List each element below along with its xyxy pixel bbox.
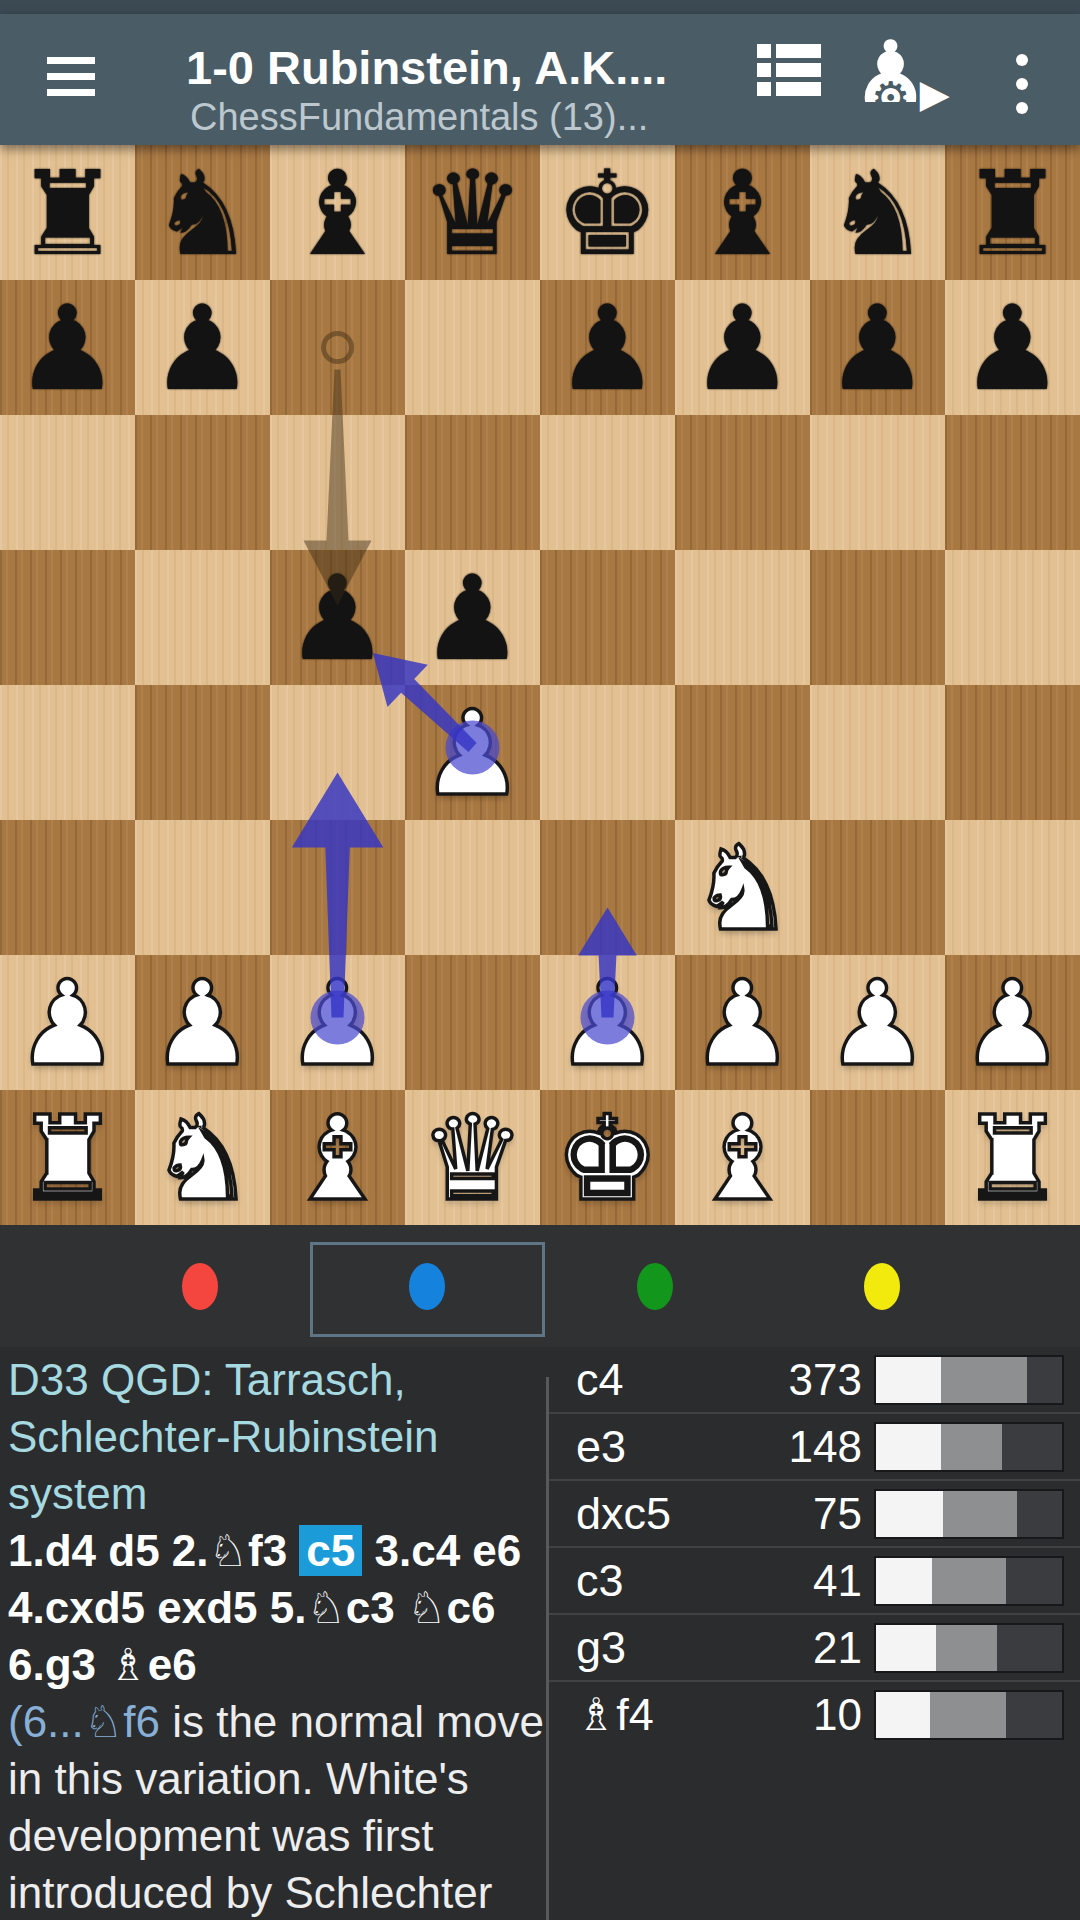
- palette-dot-yellow[interactable]: [864, 1263, 900, 1310]
- overflow-menu-icon[interactable]: [1009, 54, 1035, 120]
- notation-line-6[interactable]: 6.g3 ♗e6: [8, 1636, 543, 1693]
- square-e5[interactable]: [540, 550, 675, 685]
- stat-move-label: c3: [576, 1555, 756, 1607]
- notation-line-1[interactable]: D33 QGD: Tarrasch,: [8, 1351, 543, 1408]
- notation-text: system: [8, 1469, 147, 1518]
- square-e3[interactable]: [540, 820, 675, 955]
- black-bishop: ♝: [675, 145, 810, 280]
- annotation-color-palette: [0, 1225, 1080, 1347]
- black-knight: ♞: [135, 145, 270, 280]
- stat-row-c4[interactable]: c4373: [549, 1347, 1080, 1414]
- result-segment-win: [876, 1558, 932, 1604]
- square-d3[interactable]: [405, 820, 540, 955]
- result-segment-draw: [943, 1491, 1017, 1537]
- notation-line-10[interactable]: introduced by Schlechter: [8, 1864, 543, 1920]
- square-g7[interactable]: ♟: [810, 280, 945, 415]
- app-bar-title: 1-0 Rubinstein, A.K....: [186, 40, 746, 95]
- square-c6[interactable]: [270, 415, 405, 550]
- square-f3[interactable]: ♞: [675, 820, 810, 955]
- square-b7[interactable]: ♟: [135, 280, 270, 415]
- result-segment-loss: [1027, 1357, 1062, 1403]
- square-f8[interactable]: ♝: [675, 145, 810, 280]
- notation-line-9[interactable]: development was first: [8, 1807, 543, 1864]
- result-segment-loss: [997, 1625, 1062, 1671]
- white-pawn: ♟: [810, 955, 945, 1090]
- white-pawn: ♟: [675, 955, 810, 1090]
- square-d5[interactable]: ♟: [405, 550, 540, 685]
- notation-text[interactable]: 3.c4 e6: [362, 1526, 521, 1575]
- square-e4[interactable]: [540, 685, 675, 820]
- result-segment-draw: [930, 1692, 1006, 1738]
- square-e7[interactable]: ♟: [540, 280, 675, 415]
- square-b2[interactable]: ♟: [135, 955, 270, 1090]
- square-g3[interactable]: [810, 820, 945, 955]
- stat-game-count: 41: [756, 1556, 862, 1606]
- square-c5[interactable]: ♟: [270, 550, 405, 685]
- result-segment-draw: [941, 1357, 1027, 1403]
- white-knight: ♞: [675, 820, 810, 955]
- palette-dot-blue[interactable]: [409, 1263, 445, 1310]
- result-segment-loss: [1006, 1692, 1062, 1738]
- result-bar: [874, 1623, 1064, 1673]
- notation-line-7[interactable]: (6...♘f6 is the normal move: [8, 1693, 543, 1750]
- notation-line-8[interactable]: in this variation. White's: [8, 1750, 543, 1807]
- white-pawn: ♟: [135, 955, 270, 1090]
- stat-move-label: ♗f4: [576, 1688, 756, 1741]
- app-bar: 1-0 Rubinstein, A.K.... ChessFundamental…: [0, 14, 1080, 145]
- notation-text[interactable]: is the normal move: [160, 1697, 544, 1746]
- result-segment-win: [876, 1424, 941, 1470]
- stat-move-label: dxc5: [576, 1488, 756, 1540]
- square-d6[interactable]: [405, 415, 540, 550]
- square-h3[interactable]: [945, 820, 1080, 955]
- square-f2[interactable]: ♟: [675, 955, 810, 1090]
- square-h8[interactable]: ♜: [945, 145, 1080, 280]
- square-c4[interactable]: [270, 685, 405, 820]
- white-pawn: ♟: [540, 955, 675, 1090]
- black-queen: ♛: [405, 145, 540, 280]
- result-segment-draw: [936, 1625, 997, 1671]
- square-f7[interactable]: ♟: [675, 280, 810, 415]
- square-h2[interactable]: ♟: [945, 955, 1080, 1090]
- square-f4[interactable]: [675, 685, 810, 820]
- square-f5[interactable]: [675, 550, 810, 685]
- black-pawn: ♟: [0, 280, 135, 415]
- stat-game-count: 10: [756, 1690, 862, 1740]
- square-a2[interactable]: ♟: [0, 955, 135, 1090]
- square-b3[interactable]: [135, 820, 270, 955]
- square-e8[interactable]: ♚: [540, 145, 675, 280]
- chess-board[interactable]: ♜♞♝♛♚♝♞♜♟♟♟♟♟♟♟♟♟♞♟♟♟♟♟♟♟♜♞♝♛♚♝♜: [0, 145, 1080, 1225]
- square-a1[interactable]: ♜: [0, 1090, 135, 1225]
- result-bar: [874, 1690, 1064, 1740]
- square-a6[interactable]: [0, 415, 135, 550]
- result-segment-win: [876, 1491, 943, 1537]
- notation-text[interactable]: 4.cxd5 exd5 5.♘c3 ♘c6: [8, 1583, 495, 1632]
- black-knight: ♞: [810, 145, 945, 280]
- notation-text[interactable]: 1.d4 d5 2.♘f3: [8, 1526, 299, 1575]
- black-pawn: ♟: [405, 550, 540, 685]
- white-bishop: ♝: [270, 1090, 405, 1225]
- notation-text[interactable]: development was first: [8, 1811, 434, 1860]
- gear-icon: ⚙: [871, 72, 910, 123]
- stat-move-label: c4: [576, 1354, 756, 1406]
- notation-text[interactable]: (6...♘f6: [8, 1697, 160, 1746]
- square-g4[interactable]: [810, 685, 945, 820]
- black-rook: ♜: [0, 145, 135, 280]
- play-icon: ▶: [918, 66, 953, 120]
- list-view-icon[interactable]: [757, 44, 821, 102]
- notation-text[interactable]: 6.g3 ♗e6: [8, 1640, 197, 1689]
- white-pawn: ♟: [405, 685, 540, 820]
- notation-text: D33 QGD: Tarrasch,: [8, 1355, 406, 1404]
- square-a8[interactable]: ♜: [0, 145, 135, 280]
- square-g1[interactable]: [810, 1090, 945, 1225]
- result-bar: [874, 1489, 1064, 1539]
- square-c1[interactable]: ♝: [270, 1090, 405, 1225]
- square-a3[interactable]: [0, 820, 135, 955]
- square-h6[interactable]: [945, 415, 1080, 550]
- stat-row-e3[interactable]: e3148: [549, 1414, 1080, 1481]
- black-pawn: ♟: [675, 280, 810, 415]
- white-knight: ♞: [135, 1090, 270, 1225]
- black-pawn: ♟: [135, 280, 270, 415]
- square-b1[interactable]: ♞: [135, 1090, 270, 1225]
- square-g5[interactable]: [810, 550, 945, 685]
- result-segment-win: [876, 1625, 936, 1671]
- black-pawn: ♟: [810, 280, 945, 415]
- square-a7[interactable]: ♟: [0, 280, 135, 415]
- white-bishop: ♝: [675, 1090, 810, 1225]
- black-bishop: ♝: [270, 145, 405, 280]
- stat-game-count: 148: [756, 1422, 862, 1472]
- square-h5[interactable]: [945, 550, 1080, 685]
- stat-move-label: g3: [576, 1622, 756, 1674]
- white-rook: ♜: [945, 1090, 1080, 1225]
- square-h4[interactable]: [945, 685, 1080, 820]
- stat-row-♗f4[interactable]: ♗f410: [549, 1682, 1080, 1747]
- stat-row-g3[interactable]: g321: [549, 1615, 1080, 1682]
- square-b5[interactable]: [135, 550, 270, 685]
- result-segment-win: [876, 1357, 941, 1403]
- square-f6[interactable]: [675, 415, 810, 550]
- square-d1[interactable]: ♛: [405, 1090, 540, 1225]
- stat-game-count: 21: [756, 1623, 862, 1673]
- square-b6[interactable]: [135, 415, 270, 550]
- square-g6[interactable]: [810, 415, 945, 550]
- move-stats-table: c4373e3148dxc575c341g321♗f410: [549, 1347, 1080, 1747]
- black-pawn: ♟: [270, 550, 405, 685]
- square-c8[interactable]: ♝: [270, 145, 405, 280]
- notation-line-5[interactable]: 4.cxd5 exd5 5.♘c3 ♘c6: [8, 1579, 543, 1636]
- square-c7[interactable]: [270, 280, 405, 415]
- square-h1[interactable]: ♜: [945, 1090, 1080, 1225]
- palette-dot-red[interactable]: [182, 1263, 218, 1310]
- black-pawn: ♟: [540, 280, 675, 415]
- notation-line-3[interactable]: system: [8, 1465, 543, 1522]
- square-d8[interactable]: ♛: [405, 145, 540, 280]
- square-g2[interactable]: ♟: [810, 955, 945, 1090]
- result-segment-loss: [1017, 1491, 1062, 1537]
- result-bar: [874, 1355, 1064, 1405]
- square-a5[interactable]: [0, 550, 135, 685]
- result-segment-loss: [1006, 1558, 1062, 1604]
- notation-text: Schlechter-Rubinstein: [8, 1412, 438, 1461]
- square-d7[interactable]: [405, 280, 540, 415]
- current-move-highlight[interactable]: c5: [299, 1525, 362, 1576]
- square-g8[interactable]: ♞: [810, 145, 945, 280]
- menu-icon[interactable]: [47, 54, 95, 104]
- square-b8[interactable]: ♞: [135, 145, 270, 280]
- result-segment-win: [876, 1692, 930, 1738]
- stat-game-count: 75: [756, 1489, 862, 1539]
- stat-game-count: 373: [756, 1355, 862, 1405]
- notation-line-4[interactable]: 1.d4 d5 2.♘f3 c5 3.c4 e6: [8, 1522, 543, 1579]
- square-c2[interactable]: ♟: [270, 955, 405, 1090]
- app-bar-subtitle: ChessFundamentals (13)...: [190, 96, 750, 139]
- status-bar: [0, 0, 1080, 14]
- notation-text[interactable]: introduced by Schlechter: [8, 1868, 492, 1917]
- engine-play-icon[interactable]: ♟ ⚙ ▶: [852, 32, 972, 128]
- black-rook: ♜: [945, 145, 1080, 280]
- square-d2[interactable]: [405, 955, 540, 1090]
- result-bar: [874, 1556, 1064, 1606]
- square-e6[interactable]: [540, 415, 675, 550]
- notation-text[interactable]: in this variation. White's: [8, 1754, 469, 1803]
- white-pawn: ♟: [270, 955, 405, 1090]
- notation-line-2[interactable]: Schlechter-Rubinstein: [8, 1408, 543, 1465]
- square-b4[interactable]: [135, 685, 270, 820]
- square-c3[interactable]: [270, 820, 405, 955]
- stat-row-c3[interactable]: c341: [549, 1548, 1080, 1615]
- square-a4[interactable]: [0, 685, 135, 820]
- result-segment-draw: [932, 1558, 1006, 1604]
- white-rook: ♜: [0, 1090, 135, 1225]
- notation-pane[interactable]: D33 QGD: Tarrasch,Schlechter-Rubinsteins…: [8, 1351, 543, 1920]
- square-f1[interactable]: ♝: [675, 1090, 810, 1225]
- black-king: ♚: [540, 145, 675, 280]
- result-segment-loss: [1002, 1424, 1062, 1470]
- white-queen: ♛: [405, 1090, 540, 1225]
- result-bar: [874, 1422, 1064, 1472]
- palette-dot-green[interactable]: [637, 1263, 673, 1310]
- black-pawn: ♟: [945, 280, 1080, 415]
- square-d4[interactable]: ♟: [405, 685, 540, 820]
- result-segment-draw: [941, 1424, 1002, 1470]
- white-king: ♚: [540, 1090, 675, 1225]
- square-e1[interactable]: ♚: [540, 1090, 675, 1225]
- square-h7[interactable]: ♟: [945, 280, 1080, 415]
- stat-move-label: e3: [576, 1421, 756, 1473]
- square-e2[interactable]: ♟: [540, 955, 675, 1090]
- white-pawn: ♟: [945, 955, 1080, 1090]
- bottom-panel: D33 QGD: Tarrasch,Schlechter-Rubinsteins…: [0, 1347, 1080, 1920]
- white-pawn: ♟: [0, 955, 135, 1090]
- stat-row-dxc5[interactable]: dxc575: [549, 1481, 1080, 1548]
